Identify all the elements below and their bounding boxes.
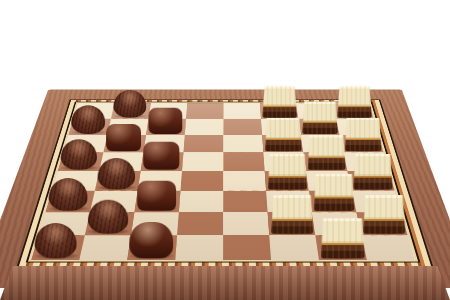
square-e5[interactable]: [223, 152, 264, 171]
inlay-border: [16, 99, 434, 268]
wooden-board-frame: [0, 89, 450, 288]
square-a3[interactable]: [46, 191, 95, 212]
piece-white-chocolate-h6[interactable]: [345, 118, 382, 152]
square-e8[interactable]: [223, 103, 261, 118]
square-a1[interactable]: [31, 235, 85, 260]
piece-dark-chocolate-b6[interactable]: [106, 124, 141, 151]
piece-dark-chocolate-b2[interactable]: [88, 200, 128, 234]
square-b4[interactable]: [95, 171, 141, 191]
square-f4[interactable]: [265, 171, 309, 191]
square-g3[interactable]: [309, 191, 356, 212]
square-b6[interactable]: [103, 135, 146, 152]
piece-white-chocolate-f4[interactable]: [268, 154, 307, 190]
square-e1[interactable]: [223, 235, 271, 260]
piece-white-chocolate-g5[interactable]: [308, 135, 346, 170]
square-d4[interactable]: [180, 171, 223, 191]
square-c5[interactable]: [141, 152, 184, 171]
piece-dark-chocolate-c7[interactable]: [149, 108, 183, 134]
square-h1[interactable]: [361, 235, 414, 260]
piece-dark-chocolate-b4[interactable]: [98, 158, 136, 190]
square-g5[interactable]: [303, 152, 347, 171]
square-a5[interactable]: [58, 152, 104, 171]
piece-dark-chocolate-c3[interactable]: [137, 181, 176, 211]
piece-white-chocolate-f2[interactable]: [271, 195, 313, 234]
square-c1[interactable]: [127, 235, 177, 260]
piece-dark-chocolate-a5[interactable]: [61, 139, 97, 170]
square-a7[interactable]: [69, 119, 111, 135]
square-e2[interactable]: [223, 212, 269, 235]
square-b2[interactable]: [85, 212, 135, 235]
square-f8[interactable]: [260, 103, 299, 118]
square-f2[interactable]: [268, 212, 316, 235]
square-c3[interactable]: [134, 191, 180, 212]
square-h8[interactable]: [333, 103, 374, 118]
square-d5[interactable]: [182, 152, 223, 171]
piece-white-chocolate-h4[interactable]: [353, 154, 392, 190]
square-d6[interactable]: [183, 135, 223, 152]
perspective-wrapper: [0, 0, 450, 300]
piece-dark-chocolate-b8[interactable]: [113, 90, 146, 118]
square-d8[interactable]: [186, 103, 224, 118]
square-e6[interactable]: [223, 135, 263, 152]
square-d7[interactable]: [185, 119, 224, 135]
piece-white-chocolate-h2[interactable]: [363, 195, 405, 234]
square-c7[interactable]: [146, 119, 186, 135]
square-e4[interactable]: [223, 171, 266, 191]
piece-white-chocolate-f8[interactable]: [262, 86, 296, 117]
board-grid: [28, 102, 418, 261]
square-d1[interactable]: [175, 235, 223, 260]
piece-dark-chocolate-a3[interactable]: [49, 178, 88, 211]
piece-white-chocolate-f6[interactable]: [265, 118, 302, 152]
square-h2[interactable]: [356, 212, 407, 235]
piece-dark-chocolate-c5[interactable]: [143, 142, 179, 170]
square-f1[interactable]: [269, 235, 319, 260]
piece-white-chocolate-g7[interactable]: [302, 101, 338, 133]
piece-white-chocolate-h8[interactable]: [337, 86, 371, 117]
square-f6[interactable]: [262, 135, 303, 152]
square-g1[interactable]: [315, 235, 367, 260]
square-b8[interactable]: [111, 103, 151, 118]
board-front-edge: [0, 266, 450, 300]
piece-white-chocolate-g3[interactable]: [314, 174, 355, 211]
square-e3[interactable]: [223, 191, 267, 212]
photo-canvas: [0, 0, 450, 300]
piece-dark-chocolate-a7[interactable]: [71, 105, 105, 134]
square-g7[interactable]: [299, 119, 340, 135]
square-b1[interactable]: [79, 235, 131, 260]
square-h4[interactable]: [347, 171, 394, 191]
piece-white-chocolate-g1[interactable]: [321, 218, 365, 258]
piece-dark-chocolate-a1[interactable]: [35, 223, 77, 258]
square-d2[interactable]: [177, 212, 223, 235]
square-e7[interactable]: [223, 119, 262, 135]
square-d3[interactable]: [179, 191, 223, 212]
piece-dark-chocolate-c1[interactable]: [129, 222, 173, 258]
square-h6[interactable]: [340, 135, 384, 152]
